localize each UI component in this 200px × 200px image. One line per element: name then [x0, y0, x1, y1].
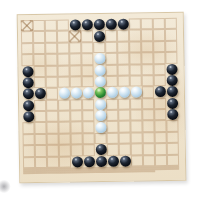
defender-marble[interactable] — [82, 88, 93, 99]
board-cell[interactable] — [119, 171, 131, 173]
board-cell[interactable] — [105, 64, 117, 76]
attacker-marble[interactable] — [167, 98, 178, 109]
board-cell[interactable] — [95, 171, 107, 173]
board-cell[interactable] — [107, 144, 119, 156]
board-cell[interactable] — [166, 120, 178, 132]
board-cell[interactable] — [34, 122, 46, 134]
board-cell[interactable] — [143, 143, 155, 155]
board-cell[interactable] — [57, 20, 69, 32]
board-cell[interactable] — [154, 120, 166, 132]
defender-marble[interactable] — [94, 65, 105, 76]
board-cell[interactable] — [119, 144, 131, 156]
board-cell[interactable] — [142, 98, 154, 110]
attacker-marble[interactable] — [166, 86, 177, 97]
photo-shadow-smudge — [0, 180, 11, 193]
board-cell[interactable] — [81, 53, 93, 65]
defender-marble[interactable] — [106, 87, 117, 98]
board-cell[interactable] — [35, 156, 47, 168]
board-cell[interactable] — [129, 53, 141, 65]
board-cell[interactable] — [165, 18, 177, 30]
board-cell[interactable] — [33, 20, 45, 32]
king-marble[interactable] — [94, 87, 105, 98]
board-cell[interactable] — [131, 144, 143, 156]
board-cell[interactable] — [57, 65, 69, 77]
board-cell[interactable] — [141, 30, 153, 42]
board-cell[interactable] — [81, 42, 93, 54]
board-cell[interactable] — [70, 122, 82, 134]
board-cell[interactable] — [33, 31, 45, 43]
attacker-marble[interactable] — [95, 156, 106, 167]
board-cell[interactable] — [165, 41, 177, 53]
board-cell[interactable] — [167, 143, 179, 155]
board-cell[interactable] — [69, 53, 81, 65]
board-cell[interactable] — [167, 132, 179, 144]
board-cell[interactable] — [59, 156, 71, 168]
board-cell[interactable] — [141, 52, 153, 64]
attacker-marble[interactable] — [166, 64, 177, 75]
board-cell[interactable] — [154, 75, 166, 87]
board-cell[interactable] — [70, 76, 82, 88]
board-cell[interactable] — [131, 155, 143, 167]
board-cell[interactable] — [130, 98, 142, 110]
board-cell[interactable] — [46, 88, 58, 100]
board-cell[interactable] — [58, 111, 70, 123]
board-cell[interactable] — [131, 170, 143, 172]
corner-x-cell[interactable] — [69, 31, 81, 43]
board-cell[interactable] — [142, 121, 154, 133]
board-cell[interactable] — [46, 122, 58, 134]
attacker-marble[interactable] — [167, 109, 178, 120]
board-cell[interactable] — [107, 171, 119, 173]
board-cell[interactable] — [129, 18, 141, 30]
board-cell[interactable] — [129, 30, 141, 42]
attacker-marble[interactable] — [22, 66, 33, 77]
board-cell[interactable] — [167, 168, 179, 170]
board-cell[interactable] — [81, 31, 93, 43]
board-cell[interactable] — [47, 156, 59, 168]
board-cell[interactable] — [34, 100, 46, 112]
board-cell[interactable] — [154, 98, 166, 110]
board-cell[interactable] — [58, 122, 70, 134]
board-cell[interactable] — [106, 110, 118, 122]
board-cell[interactable] — [106, 121, 118, 133]
board-cell[interactable] — [47, 172, 59, 174]
board-cell[interactable] — [45, 31, 57, 43]
board-cell[interactable] — [35, 145, 47, 157]
attacker-marble[interactable] — [81, 19, 92, 30]
attacker-marble[interactable] — [93, 31, 104, 42]
attacker-marble[interactable] — [69, 20, 80, 31]
corner-x-cell[interactable] — [143, 170, 155, 172]
board-cell[interactable] — [142, 109, 154, 121]
board-cell[interactable] — [45, 42, 57, 54]
board-cell[interactable] — [142, 86, 154, 98]
board-cell[interactable] — [117, 64, 129, 76]
attacker-marble[interactable] — [23, 111, 34, 122]
board-cell[interactable] — [34, 77, 46, 89]
board-cell[interactable] — [153, 52, 165, 64]
board-cell[interactable] — [45, 20, 57, 32]
tafl-board — [17, 12, 187, 184]
board-cell[interactable] — [141, 64, 153, 76]
defender-marble[interactable] — [118, 87, 129, 98]
photo-scene — [0, 0, 200, 200]
board-cell[interactable] — [34, 111, 46, 123]
board-cell[interactable] — [33, 65, 45, 77]
board-cell[interactable] — [82, 99, 94, 111]
board-cell[interactable] — [142, 75, 154, 87]
board-cell[interactable] — [106, 76, 118, 88]
board-cell[interactable] — [143, 132, 155, 144]
board-cell[interactable] — [83, 133, 95, 145]
board-cell[interactable] — [23, 157, 35, 169]
board-cell[interactable] — [21, 43, 33, 55]
board-cell[interactable] — [106, 98, 118, 110]
board-cell[interactable] — [70, 110, 82, 122]
board-cell[interactable] — [59, 171, 71, 173]
board-cell[interactable] — [141, 41, 153, 53]
board-cell[interactable] — [46, 99, 58, 111]
board-cell[interactable] — [59, 145, 71, 157]
board-cell[interactable] — [167, 154, 179, 166]
board-cell[interactable] — [58, 99, 70, 111]
attacker-marble[interactable] — [95, 144, 106, 155]
board-grid — [21, 18, 179, 174]
board-cell[interactable] — [57, 31, 69, 43]
board-cell[interactable] — [130, 75, 142, 87]
board-cell[interactable] — [117, 53, 129, 65]
attacker-marble[interactable] — [22, 89, 33, 100]
board-cell[interactable] — [105, 53, 117, 65]
board-cell[interactable] — [118, 75, 130, 87]
defender-marble[interactable] — [94, 76, 105, 87]
defender-marble[interactable] — [95, 110, 106, 121]
corner-x-cell[interactable] — [21, 20, 33, 32]
board-cell[interactable] — [129, 64, 141, 76]
board-cell[interactable] — [21, 31, 33, 43]
attacker-marble[interactable] — [154, 86, 165, 97]
board-cell[interactable] — [153, 29, 165, 41]
board-cell[interactable] — [155, 132, 167, 144]
board-cell[interactable] — [69, 42, 81, 54]
board-cell[interactable] — [117, 41, 129, 53]
board-cell[interactable] — [21, 54, 33, 66]
board-cell[interactable] — [45, 54, 57, 66]
board-cell[interactable] — [93, 42, 105, 54]
attacker-marble[interactable] — [23, 100, 34, 111]
board-cell[interactable] — [81, 65, 93, 77]
board-cell[interactable] — [153, 64, 165, 76]
board-cell[interactable] — [71, 133, 83, 145]
attacker-marble[interactable] — [119, 155, 130, 166]
board-cell[interactable] — [153, 41, 165, 53]
board-cell[interactable] — [118, 121, 130, 133]
board-cell[interactable] — [33, 54, 45, 66]
attacker-marble[interactable] — [166, 75, 177, 86]
board-cell[interactable] — [35, 134, 47, 146]
board-cell[interactable] — [47, 145, 59, 157]
defender-marble[interactable] — [95, 99, 106, 110]
board-cell[interactable] — [155, 155, 167, 167]
board-cell[interactable] — [141, 18, 153, 30]
corner-x-cell[interactable] — [155, 168, 167, 170]
board-cell[interactable] — [107, 133, 119, 145]
board-cell[interactable] — [154, 109, 166, 121]
defender-marble[interactable] — [130, 87, 141, 98]
board-cell[interactable] — [153, 18, 165, 30]
board-cell[interactable] — [118, 98, 130, 110]
board-cell[interactable] — [130, 121, 142, 133]
attacker-marble[interactable] — [105, 19, 116, 30]
attacker-marble[interactable] — [71, 156, 82, 167]
attacker-marble[interactable] — [34, 88, 45, 99]
board-cell[interactable] — [165, 52, 177, 64]
board-cell[interactable] — [70, 99, 82, 111]
board-cell[interactable] — [165, 29, 177, 41]
board-cell[interactable] — [130, 109, 142, 121]
board-cell[interactable] — [23, 145, 35, 157]
board-cell[interactable] — [95, 133, 107, 145]
board-cell[interactable] — [117, 30, 129, 42]
attacker-marble[interactable] — [117, 19, 128, 30]
board-cell[interactable] — [155, 143, 167, 155]
board-cell[interactable] — [59, 133, 71, 145]
defender-marble[interactable] — [70, 88, 81, 99]
board-cell[interactable] — [82, 76, 94, 88]
board-cell[interactable] — [71, 171, 83, 173]
attacker-marble[interactable] — [93, 19, 104, 30]
board-cell[interactable] — [105, 30, 117, 42]
board-cell[interactable] — [23, 172, 35, 174]
defender-marble[interactable] — [94, 53, 105, 64]
board-cell[interactable] — [47, 134, 59, 146]
board-cell[interactable] — [57, 54, 69, 66]
board-cell[interactable] — [23, 134, 35, 146]
board-cell[interactable] — [22, 123, 34, 135]
board-cell[interactable] — [118, 110, 130, 122]
board-cell[interactable] — [105, 42, 117, 54]
board-cell[interactable] — [58, 76, 70, 88]
board-cell[interactable] — [131, 132, 143, 144]
board-cell[interactable] — [82, 122, 94, 134]
defender-marble[interactable] — [58, 88, 69, 99]
board-cell[interactable] — [71, 145, 83, 157]
board-cell[interactable] — [35, 172, 47, 174]
board-cell[interactable] — [119, 132, 131, 144]
attacker-marble[interactable] — [107, 156, 118, 167]
board-cell[interactable] — [83, 144, 95, 156]
board-cell[interactable] — [45, 65, 57, 77]
board-cell[interactable] — [46, 77, 58, 89]
board-cell[interactable] — [33, 43, 45, 55]
board-cell[interactable] — [46, 111, 58, 123]
board-cell[interactable] — [57, 42, 69, 54]
defender-marble[interactable] — [95, 122, 106, 133]
board-cell[interactable] — [69, 65, 81, 77]
attacker-marble[interactable] — [22, 77, 33, 88]
board-cell[interactable] — [143, 155, 155, 167]
board-cell[interactable] — [82, 110, 94, 122]
board-cell[interactable] — [129, 41, 141, 53]
attacker-marble[interactable] — [83, 156, 94, 167]
board-cell[interactable] — [83, 171, 95, 173]
